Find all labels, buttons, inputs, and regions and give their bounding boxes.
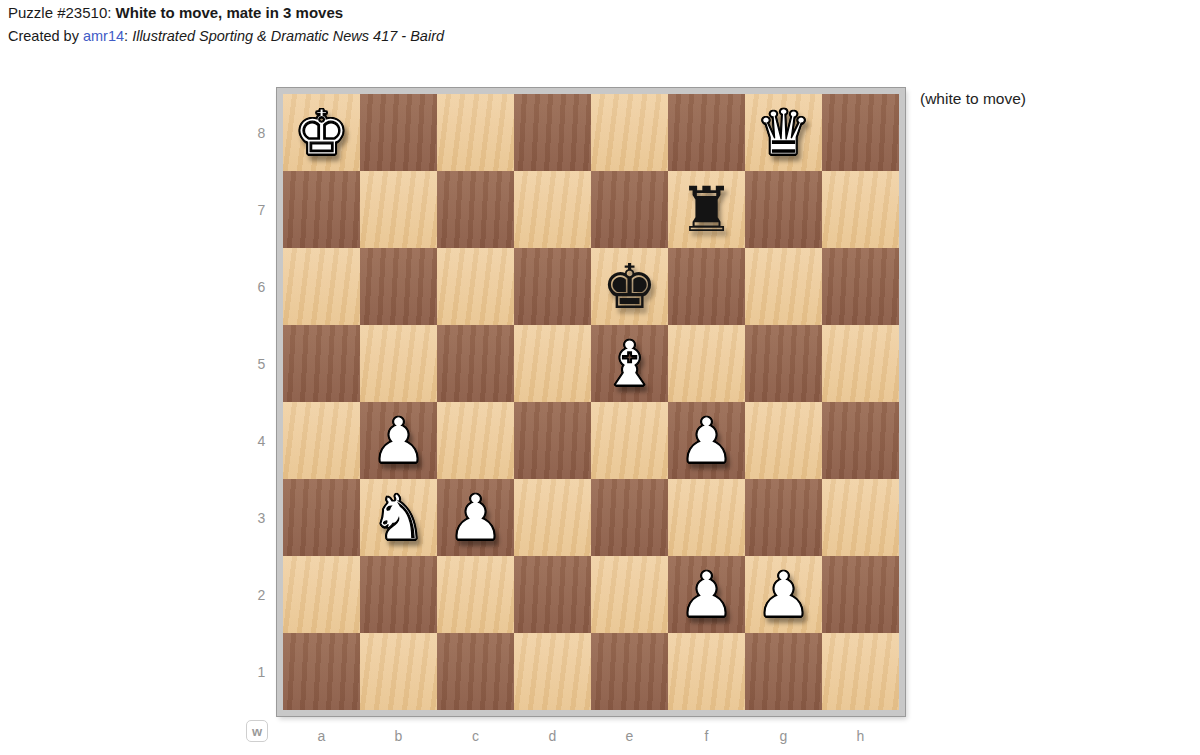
square-f6[interactable] (668, 248, 745, 325)
square-b2[interactable] (360, 556, 437, 633)
square-e4[interactable] (591, 402, 668, 479)
square-b3[interactable]: ♞ (360, 479, 437, 556)
square-c1[interactable] (437, 633, 514, 710)
square-d1[interactable] (514, 633, 591, 710)
white-pawn-f4[interactable]: ♟ (679, 402, 735, 479)
file-label-e: e (591, 722, 668, 744)
square-g6[interactable] (745, 248, 822, 325)
rank-label-4: 4 (246, 402, 277, 479)
square-c7[interactable] (437, 171, 514, 248)
square-g8[interactable]: ♛ (745, 94, 822, 171)
square-g2[interactable]: ♟ (745, 556, 822, 633)
file-label-g: g (745, 722, 822, 744)
file-label-h: h (822, 722, 899, 744)
square-g5[interactable] (745, 325, 822, 402)
puzzle-source: Illustrated Sporting & Dramatic News 417… (132, 28, 444, 44)
square-h2[interactable] (822, 556, 899, 633)
square-a2[interactable] (283, 556, 360, 633)
rank-label-2: 2 (246, 556, 277, 633)
square-h4[interactable] (822, 402, 899, 479)
rank-label-5: 5 (246, 325, 277, 402)
square-a6[interactable] (283, 248, 360, 325)
square-c6[interactable] (437, 248, 514, 325)
white-pawn-g2[interactable]: ♟ (756, 556, 812, 633)
square-a5[interactable] (283, 325, 360, 402)
page-header: Puzzle #23510: White to move, mate in 3 … (8, 3, 444, 46)
square-h6[interactable] (822, 248, 899, 325)
puzzle-title: White to move, mate in 3 moves (116, 4, 344, 21)
square-f5[interactable] (668, 325, 745, 402)
square-d3[interactable] (514, 479, 591, 556)
square-f7[interactable]: ♜ (668, 171, 745, 248)
white-pawn-f2[interactable]: ♟ (679, 556, 735, 633)
square-a3[interactable] (283, 479, 360, 556)
square-e2[interactable] (591, 556, 668, 633)
puzzle-byline: Created by amr14: Illustrated Sporting &… (8, 26, 444, 46)
square-b1[interactable] (360, 633, 437, 710)
square-c2[interactable] (437, 556, 514, 633)
turn-indicator-badge: w (246, 720, 268, 742)
author-link[interactable]: amr14 (83, 28, 124, 44)
side-to-move-note: (white to move) (920, 90, 1026, 108)
square-g4[interactable] (745, 402, 822, 479)
square-e6[interactable]: ♚ (591, 248, 668, 325)
square-h7[interactable] (822, 171, 899, 248)
file-label-b: b (360, 722, 437, 744)
square-g7[interactable] (745, 171, 822, 248)
rank-label-7: 7 (246, 171, 277, 248)
file-labels: abcdefgh (277, 716, 905, 749)
square-c5[interactable] (437, 325, 514, 402)
white-pawn-c3[interactable]: ♟ (448, 479, 504, 556)
board-corner: w (246, 716, 277, 749)
square-d5[interactable] (514, 325, 591, 402)
square-f8[interactable] (668, 94, 745, 171)
chess-board-area: 87654321 ♚♛♜♚♝♟♟♞♟♟♟ w abcdefgh (246, 88, 905, 749)
square-h8[interactable] (822, 94, 899, 171)
puzzle-heading: Puzzle #23510: White to move, mate in 3 … (8, 3, 444, 23)
square-d6[interactable] (514, 248, 591, 325)
square-e1[interactable] (591, 633, 668, 710)
file-label-f: f (668, 722, 745, 744)
square-b7[interactable] (360, 171, 437, 248)
square-a4[interactable] (283, 402, 360, 479)
square-g3[interactable] (745, 479, 822, 556)
square-a7[interactable] (283, 171, 360, 248)
rank-label-8: 8 (246, 94, 277, 171)
square-c3[interactable]: ♟ (437, 479, 514, 556)
square-e8[interactable] (591, 94, 668, 171)
square-f1[interactable] (668, 633, 745, 710)
square-h1[interactable] (822, 633, 899, 710)
rank-labels: 87654321 (246, 88, 277, 716)
created-by-label: Created by (8, 28, 79, 44)
square-b8[interactable] (360, 94, 437, 171)
square-e7[interactable] (591, 171, 668, 248)
white-queen-g8[interactable]: ♛ (756, 94, 812, 171)
square-b5[interactable] (360, 325, 437, 402)
square-d8[interactable] (514, 94, 591, 171)
black-rook-f7[interactable]: ♜ (679, 171, 735, 248)
square-h5[interactable] (822, 325, 899, 402)
square-f2[interactable]: ♟ (668, 556, 745, 633)
author-separator: : (124, 28, 128, 44)
square-a8[interactable]: ♚ (283, 94, 360, 171)
white-king-a8[interactable]: ♚ (294, 94, 350, 171)
square-a1[interactable] (283, 633, 360, 710)
square-g1[interactable] (745, 633, 822, 710)
square-c8[interactable] (437, 94, 514, 171)
square-e5[interactable]: ♝ (591, 325, 668, 402)
puzzle-number: Puzzle #23510: (8, 4, 111, 21)
white-knight-b3[interactable]: ♞ (371, 479, 427, 556)
rank-label-1: 1 (246, 633, 277, 710)
square-d4[interactable] (514, 402, 591, 479)
square-e3[interactable] (591, 479, 668, 556)
file-label-c: c (437, 722, 514, 744)
rank-label-6: 6 (246, 248, 277, 325)
square-h3[interactable] (822, 479, 899, 556)
black-king-e6[interactable]: ♚ (602, 248, 658, 325)
file-label-a: a (283, 722, 360, 744)
square-b4[interactable]: ♟ (360, 402, 437, 479)
white-pawn-b4[interactable]: ♟ (371, 402, 427, 479)
square-b6[interactable] (360, 248, 437, 325)
square-f4[interactable]: ♟ (668, 402, 745, 479)
square-d7[interactable] (514, 171, 591, 248)
rank-label-3: 3 (246, 479, 277, 556)
square-f3[interactable] (668, 479, 745, 556)
square-d2[interactable] (514, 556, 591, 633)
file-label-d: d (514, 722, 591, 744)
chess-board[interactable]: ♚♛♜♚♝♟♟♞♟♟♟ (277, 88, 905, 716)
square-c4[interactable] (437, 402, 514, 479)
white-bishop-e5[interactable]: ♝ (602, 325, 658, 402)
